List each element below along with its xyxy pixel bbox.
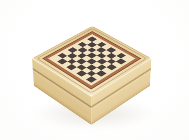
photo-scene — [51, 45, 133, 127]
game-box — [34, 52, 150, 125]
product-photo — [0, 0, 189, 140]
